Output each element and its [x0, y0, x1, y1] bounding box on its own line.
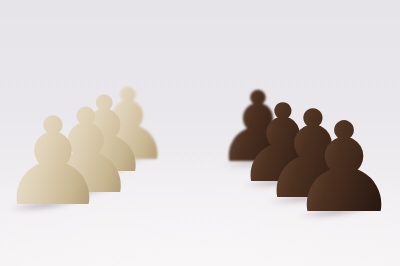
pawn-group-container: ♟♟♟♟♟♟♟♟: [0, 0, 400, 266]
photo-scene: ♟♟♟♟♟♟♟♟: [0, 0, 400, 266]
light-pawn-1: ♟: [0, 102, 107, 224]
dark-pawn-4: ♟: [288, 106, 400, 231]
